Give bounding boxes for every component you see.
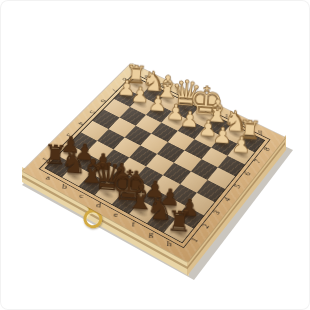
chess-board: aabbccddeeffgghh1122334455667788♜♞♟♝♟♛♟♚… — [23, 63, 286, 262]
chess-set-photo: aabbccddeeffgghh1122334455667788♜♞♟♝♟♛♟♚… — [0, 0, 310, 310]
file-label-g-far: g — [234, 119, 253, 129]
